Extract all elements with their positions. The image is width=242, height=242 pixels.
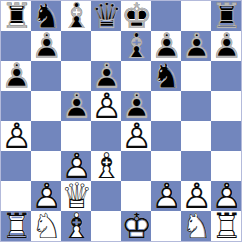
square-d3[interactable]: ♝♗ <box>91 151 121 181</box>
piece-white-bishop[interactable]: ♝♗ <box>91 151 121 181</box>
square-c8[interactable]: ♝♗ <box>61 1 91 31</box>
square-e1[interactable]: ♚♔ <box>121 211 151 241</box>
square-d1[interactable] <box>91 211 121 241</box>
white-bishop-outline-glyph: ♗ <box>61 211 91 241</box>
black-pawn-outline-glyph: ♙ <box>31 31 61 61</box>
square-a1[interactable]: ♜♖ <box>1 211 31 241</box>
square-g7[interactable]: ♟♙ <box>181 31 211 61</box>
square-g5[interactable] <box>181 91 211 121</box>
piece-black-bishop[interactable]: ♝♗ <box>121 31 151 61</box>
white-rook-outline-glyph: ♖ <box>211 211 241 241</box>
square-a6[interactable]: ♟♙ <box>1 61 31 91</box>
piece-black-pawn[interactable]: ♟♙ <box>1 61 31 91</box>
black-pawn-outline-glyph: ♙ <box>211 31 241 61</box>
piece-black-pawn[interactable]: ♟♙ <box>61 91 91 121</box>
piece-white-knight[interactable]: ♞♘ <box>181 211 211 241</box>
piece-white-rook[interactable]: ♜♖ <box>1 211 31 241</box>
square-c1[interactable]: ♝♗ <box>61 211 91 241</box>
piece-white-bishop[interactable]: ♝♗ <box>61 211 91 241</box>
square-g4[interactable] <box>181 121 211 151</box>
chess-board: ♜♖♞♘♝♗♛♕♚♔♜♖♟♙♝♗♟♙♟♙♟♙♟♙♟♙♞♘♟♙♟♙♟♙♟♙♟♙♟♙… <box>0 0 242 242</box>
square-a3[interactable] <box>1 151 31 181</box>
white-rook-outline-glyph: ♖ <box>1 211 31 241</box>
square-e4[interactable]: ♟♙ <box>121 121 151 151</box>
black-bishop-outline-glyph: ♗ <box>61 1 91 31</box>
white-pawn-outline-glyph: ♙ <box>91 91 121 121</box>
square-b4[interactable] <box>31 121 61 151</box>
white-king-outline-glyph: ♔ <box>121 211 151 241</box>
square-c5[interactable]: ♟♙ <box>61 91 91 121</box>
piece-black-rook[interactable]: ♜♖ <box>1 1 31 31</box>
white-pawn-outline-glyph: ♙ <box>1 121 31 151</box>
piece-white-knight[interactable]: ♞♘ <box>31 211 61 241</box>
square-b7[interactable]: ♟♙ <box>31 31 61 61</box>
square-b5[interactable] <box>31 91 61 121</box>
square-e3[interactable] <box>121 151 151 181</box>
white-bishop-outline-glyph: ♗ <box>91 151 121 181</box>
black-queen-outline-glyph: ♕ <box>91 1 121 31</box>
square-b6[interactable] <box>31 61 61 91</box>
square-f4[interactable] <box>151 121 181 151</box>
piece-black-pawn[interactable]: ♟♙ <box>181 31 211 61</box>
piece-black-knight[interactable]: ♞♘ <box>151 61 181 91</box>
square-b1[interactable]: ♞♘ <box>31 211 61 241</box>
piece-white-pawn[interactable]: ♟♙ <box>121 121 151 151</box>
black-knight-outline-glyph: ♘ <box>151 61 181 91</box>
white-pawn-outline-glyph: ♙ <box>151 181 181 211</box>
piece-black-bishop[interactable]: ♝♗ <box>61 1 91 31</box>
square-f2[interactable]: ♟♙ <box>151 181 181 211</box>
square-d2[interactable] <box>91 181 121 211</box>
square-f5[interactable] <box>151 91 181 121</box>
white-knight-outline-glyph: ♘ <box>181 211 211 241</box>
piece-black-pawn[interactable]: ♟♙ <box>31 31 61 61</box>
square-h5[interactable] <box>211 91 241 121</box>
square-h4[interactable] <box>211 121 241 151</box>
black-bishop-outline-glyph: ♗ <box>121 31 151 61</box>
piece-white-pawn[interactable]: ♟♙ <box>1 121 31 151</box>
square-f6[interactable]: ♞♘ <box>151 61 181 91</box>
piece-white-king[interactable]: ♚♔ <box>121 211 151 241</box>
black-pawn-outline-glyph: ♙ <box>181 31 211 61</box>
piece-black-pawn[interactable]: ♟♙ <box>211 31 241 61</box>
piece-white-pawn[interactable]: ♟♙ <box>151 181 181 211</box>
square-h6[interactable] <box>211 61 241 91</box>
white-pawn-outline-glyph: ♙ <box>121 121 151 151</box>
square-h7[interactable]: ♟♙ <box>211 31 241 61</box>
piece-black-queen[interactable]: ♛♕ <box>91 1 121 31</box>
piece-white-rook[interactable]: ♜♖ <box>211 211 241 241</box>
square-f1[interactable] <box>151 211 181 241</box>
square-c7[interactable] <box>61 31 91 61</box>
black-pawn-outline-glyph: ♙ <box>61 91 91 121</box>
piece-white-pawn[interactable]: ♟♙ <box>91 91 121 121</box>
square-g1[interactable]: ♞♘ <box>181 211 211 241</box>
square-a4[interactable]: ♟♙ <box>1 121 31 151</box>
square-e7[interactable]: ♝♗ <box>121 31 151 61</box>
square-a8[interactable]: ♜♖ <box>1 1 31 31</box>
black-rook-outline-glyph: ♖ <box>1 1 31 31</box>
square-d8[interactable]: ♛♕ <box>91 1 121 31</box>
square-d5[interactable]: ♟♙ <box>91 91 121 121</box>
square-g6[interactable] <box>181 61 211 91</box>
black-pawn-outline-glyph: ♙ <box>1 61 31 91</box>
white-knight-outline-glyph: ♘ <box>31 211 61 241</box>
square-h1[interactable]: ♜♖ <box>211 211 241 241</box>
